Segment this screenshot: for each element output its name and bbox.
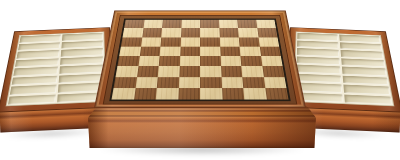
board-square-h3: [262, 66, 285, 77]
board-square-d5: [180, 46, 200, 56]
board-square-b3: [137, 66, 159, 77]
board-square-g1: [243, 88, 266, 100]
board-square-c7: [161, 28, 181, 37]
board-square-f1: [222, 88, 245, 100]
board-square-d4: [179, 56, 200, 66]
board-square-d2: [178, 77, 200, 88]
board-square-h5: [259, 46, 280, 56]
board-square-a8: [124, 20, 144, 29]
board-square-e7: [200, 28, 219, 37]
board-square-g6: [239, 37, 260, 46]
board-square-a3: [116, 66, 139, 77]
board-square-g3: [241, 66, 263, 77]
board-square-e1: [200, 88, 222, 100]
board-square-e4: [200, 56, 221, 66]
board-square-e8: [200, 20, 219, 29]
board-square-b4: [138, 56, 160, 66]
board-square-b5: [139, 46, 160, 56]
board-square-c2: [157, 77, 179, 88]
board-square-h6: [258, 37, 279, 46]
board-square-f2: [221, 77, 243, 88]
board-square-c5: [160, 46, 181, 56]
board-square-a4: [117, 56, 139, 66]
board-square-g7: [238, 28, 258, 37]
board-inlay-line: [109, 19, 291, 102]
board-square-a7: [123, 28, 144, 37]
board-inner-border: [104, 16, 296, 104]
board-square-f4: [220, 56, 241, 66]
chess-case-product-photo: [0, 0, 400, 160]
board-square-d7: [181, 28, 200, 37]
board-square-c8: [162, 20, 181, 29]
board-square-b7: [142, 28, 162, 37]
board-square-a5: [119, 46, 140, 56]
board-square-h1: [265, 88, 289, 100]
board-square-b8: [143, 20, 163, 29]
board-square-c4: [159, 56, 180, 66]
board-square-e2: [200, 77, 222, 88]
board-square-f3: [221, 66, 243, 77]
board-square-f8: [219, 20, 238, 29]
board-square-d1: [178, 88, 200, 100]
board-square-b1: [134, 88, 157, 100]
board-square-h4: [261, 56, 283, 66]
board-square-f6: [219, 37, 239, 46]
board-square-e5: [200, 46, 220, 56]
board-square-a6: [121, 37, 142, 46]
board-square-c6: [160, 37, 180, 46]
board-square-e3: [200, 66, 221, 77]
case-base-molding: [88, 106, 316, 148]
board-square-b6: [141, 37, 162, 46]
board-square-h8: [256, 20, 276, 29]
board-square-c3: [158, 66, 180, 77]
chess-case: [0, 0, 400, 160]
board-top: [94, 10, 306, 108]
board-square-f5: [220, 46, 241, 56]
board-square-g4: [240, 56, 262, 66]
board-square-h2: [263, 77, 286, 88]
board-square-f7: [219, 28, 239, 37]
board-frame: [94, 10, 306, 108]
board-square-h7: [257, 28, 278, 37]
board-square-e6: [200, 37, 220, 46]
board-square-a1: [111, 88, 135, 100]
board-square-a2: [114, 77, 137, 88]
chess-board: [111, 20, 288, 100]
board-square-d8: [181, 20, 200, 29]
board-square-g5: [240, 46, 261, 56]
board-square-d6: [180, 37, 200, 46]
board-square-d3: [179, 66, 200, 77]
board-square-c1: [156, 88, 179, 100]
board-square-g8: [237, 20, 257, 29]
board-square-b2: [135, 77, 158, 88]
board-square-g2: [242, 77, 265, 88]
